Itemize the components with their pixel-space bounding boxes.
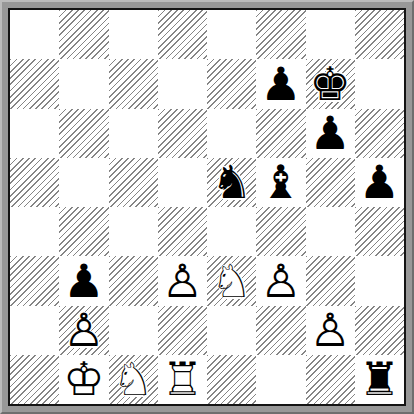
square-c2[interactable] <box>109 306 158 355</box>
black-pawn: ♟ <box>359 159 400 205</box>
black-bishop: ♝ <box>260 159 301 205</box>
square-b5[interactable] <box>59 158 108 207</box>
square-a8[interactable] <box>10 10 59 59</box>
square-d6[interactable] <box>158 109 207 158</box>
square-b7[interactable] <box>59 59 108 108</box>
square-g7[interactable]: ♚ <box>306 59 355 108</box>
square-d8[interactable] <box>158 10 207 59</box>
square-c4[interactable] <box>109 207 158 256</box>
square-f1[interactable] <box>256 355 305 404</box>
square-h4[interactable] <box>355 207 404 256</box>
square-a1[interactable] <box>10 355 59 404</box>
square-c1[interactable]: ♞♘ <box>109 355 158 404</box>
square-f3[interactable]: ♟♙ <box>256 256 305 305</box>
square-d2[interactable] <box>158 306 207 355</box>
square-g5[interactable] <box>306 158 355 207</box>
chess-board: ♟♚♟♞♝♟♟♟♙♞♘♟♙♟♙♟♙♚♔♞♘♜♖♜ <box>10 10 404 404</box>
white-pawn: ♟♙ <box>260 258 301 304</box>
square-g3[interactable] <box>306 256 355 305</box>
square-c3[interactable] <box>109 256 158 305</box>
white-knight: ♞♘ <box>113 356 154 402</box>
square-h1[interactable]: ♜ <box>355 355 404 404</box>
square-a3[interactable] <box>10 256 59 305</box>
square-g6[interactable]: ♟ <box>306 109 355 158</box>
square-h8[interactable] <box>355 10 404 59</box>
white-rook: ♜♖ <box>162 356 203 402</box>
square-e6[interactable] <box>207 109 256 158</box>
square-g4[interactable] <box>306 207 355 256</box>
square-h6[interactable] <box>355 109 404 158</box>
square-e3[interactable]: ♞♘ <box>207 256 256 305</box>
square-c6[interactable] <box>109 109 158 158</box>
square-e4[interactable] <box>207 207 256 256</box>
square-b2[interactable]: ♟♙ <box>59 306 108 355</box>
square-e8[interactable] <box>207 10 256 59</box>
square-a5[interactable] <box>10 158 59 207</box>
square-b8[interactable] <box>59 10 108 59</box>
square-g1[interactable] <box>306 355 355 404</box>
square-b3[interactable]: ♟ <box>59 256 108 305</box>
black-pawn: ♟ <box>63 258 104 304</box>
board-frame: ♟♚♟♞♝♟♟♟♙♞♘♟♙♟♙♟♙♚♔♞♘♜♖♜ <box>0 0 414 414</box>
square-f4[interactable] <box>256 207 305 256</box>
square-f5[interactable]: ♝ <box>256 158 305 207</box>
square-c8[interactable] <box>109 10 158 59</box>
black-king: ♚ <box>310 61 351 107</box>
square-b1[interactable]: ♚♔ <box>59 355 108 404</box>
square-a2[interactable] <box>10 306 59 355</box>
square-f7[interactable]: ♟ <box>256 59 305 108</box>
square-e5[interactable]: ♞ <box>207 158 256 207</box>
square-f6[interactable] <box>256 109 305 158</box>
square-a7[interactable] <box>10 59 59 108</box>
square-g2[interactable]: ♟♙ <box>306 306 355 355</box>
black-rook: ♜ <box>359 356 400 402</box>
square-h7[interactable] <box>355 59 404 108</box>
square-e2[interactable] <box>207 306 256 355</box>
square-g8[interactable] <box>306 10 355 59</box>
white-king: ♚♔ <box>63 356 104 402</box>
square-d4[interactable] <box>158 207 207 256</box>
square-h3[interactable] <box>355 256 404 305</box>
white-pawn: ♟♙ <box>310 307 351 353</box>
square-b4[interactable] <box>59 207 108 256</box>
square-b6[interactable] <box>59 109 108 158</box>
square-f2[interactable] <box>256 306 305 355</box>
black-knight: ♞ <box>211 159 252 205</box>
white-knight: ♞♘ <box>211 258 252 304</box>
square-a6[interactable] <box>10 109 59 158</box>
square-f8[interactable] <box>256 10 305 59</box>
square-h5[interactable]: ♟ <box>355 158 404 207</box>
square-d1[interactable]: ♜♖ <box>158 355 207 404</box>
square-c5[interactable] <box>109 158 158 207</box>
white-pawn: ♟♙ <box>63 307 104 353</box>
square-h2[interactable] <box>355 306 404 355</box>
square-e7[interactable] <box>207 59 256 108</box>
square-c7[interactable] <box>109 59 158 108</box>
white-pawn: ♟♙ <box>162 258 203 304</box>
square-e1[interactable] <box>207 355 256 404</box>
square-d3[interactable]: ♟♙ <box>158 256 207 305</box>
black-pawn: ♟ <box>260 61 301 107</box>
square-d5[interactable] <box>158 158 207 207</box>
square-d7[interactable] <box>158 59 207 108</box>
board-inner-frame: ♟♚♟♞♝♟♟♟♙♞♘♟♙♟♙♟♙♚♔♞♘♜♖♜ <box>8 8 406 406</box>
black-pawn: ♟ <box>310 110 351 156</box>
square-a4[interactable] <box>10 207 59 256</box>
